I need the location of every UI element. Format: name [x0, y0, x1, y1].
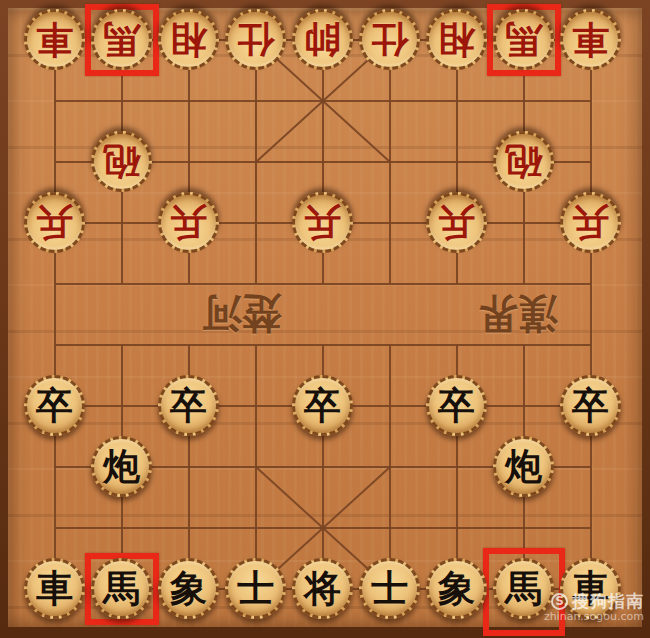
piece-glyph: 炮 — [505, 448, 542, 485]
piece-red-soldier[interactable]: 兵 — [158, 192, 219, 253]
piece-black-elephant[interactable]: 象 — [426, 558, 487, 619]
piece-glyph: 兵 — [572, 204, 609, 241]
piece-red-soldier[interactable]: 兵 — [24, 192, 85, 253]
piece-black-soldier[interactable]: 卒 — [426, 375, 487, 436]
piece-glyph: 卒 — [572, 387, 609, 424]
piece-glyph: 将 — [304, 570, 341, 607]
watermark: S 搜狗指南 zhinan.sogou.com — [544, 592, 644, 624]
piece-glyph: 兵 — [438, 204, 475, 241]
piece-red-chariot[interactable]: 車 — [24, 9, 85, 70]
piece-black-chariot[interactable]: 車 — [24, 558, 85, 619]
piece-black-elephant[interactable]: 象 — [158, 558, 219, 619]
sogou-logo-icon: S — [551, 593, 568, 610]
piece-black-advisor[interactable]: 士 — [225, 558, 286, 619]
piece-red-chariot[interactable]: 車 — [560, 9, 621, 70]
piece-red-soldier[interactable]: 兵 — [426, 192, 487, 253]
piece-glyph: 象 — [438, 570, 475, 607]
piece-glyph: 車 — [572, 21, 609, 58]
piece-red-general[interactable]: 帥 — [292, 9, 353, 70]
piece-red-advisor[interactable]: 仕 — [359, 9, 420, 70]
xiangqi-board-screenshot: 楚河 漢界 車馬相仕帥仕相馬車砲砲兵兵兵兵兵卒卒卒卒卒炮炮車馬象士将士象馬車 S… — [0, 0, 650, 638]
piece-glyph: 卒 — [36, 387, 73, 424]
piece-red-horse[interactable]: 馬 — [91, 9, 152, 70]
piece-glyph: 卒 — [438, 387, 475, 424]
watermark-name: 搜狗指南 — [572, 592, 644, 612]
piece-glyph: 士 — [237, 570, 274, 607]
piece-red-elephant[interactable]: 相 — [426, 9, 487, 70]
piece-black-general[interactable]: 将 — [292, 558, 353, 619]
piece-red-horse[interactable]: 馬 — [493, 9, 554, 70]
piece-red-cannon[interactable]: 砲 — [91, 131, 152, 192]
piece-glyph: 兵 — [304, 204, 341, 241]
piece-glyph: 仕 — [237, 21, 274, 58]
piece-red-cannon[interactable]: 砲 — [493, 131, 554, 192]
piece-black-advisor[interactable]: 士 — [359, 558, 420, 619]
piece-glyph: 象 — [170, 570, 207, 607]
piece-glyph: 馬 — [505, 570, 542, 607]
piece-red-soldier[interactable]: 兵 — [560, 192, 621, 253]
piece-glyph: 車 — [36, 21, 73, 58]
piece-glyph: 馬 — [505, 21, 542, 58]
piece-black-soldier[interactable]: 卒 — [24, 375, 85, 436]
piece-glyph: 兵 — [36, 204, 73, 241]
piece-glyph: 砲 — [505, 143, 542, 180]
piece-black-soldier[interactable]: 卒 — [560, 375, 621, 436]
piece-glyph: 士 — [371, 570, 408, 607]
piece-glyph: 砲 — [103, 143, 140, 180]
piece-glyph: 帥 — [304, 21, 341, 58]
board-grid: 車馬相仕帥仕相馬車砲砲兵兵兵兵兵卒卒卒卒卒炮炮車馬象士将士象馬車 — [21, 9, 624, 619]
piece-glyph: 車 — [36, 570, 73, 607]
piece-red-soldier[interactable]: 兵 — [292, 192, 353, 253]
piece-glyph: 炮 — [103, 448, 140, 485]
piece-black-soldier[interactable]: 卒 — [158, 375, 219, 436]
watermark-url: zhinan.sogou.com — [544, 611, 644, 624]
piece-glyph: 相 — [170, 21, 207, 58]
piece-black-cannon[interactable]: 炮 — [91, 436, 152, 497]
piece-black-soldier[interactable]: 卒 — [292, 375, 353, 436]
piece-black-cannon[interactable]: 炮 — [493, 436, 554, 497]
piece-red-elephant[interactable]: 相 — [158, 9, 219, 70]
piece-black-horse[interactable]: 馬 — [91, 558, 152, 619]
piece-glyph: 馬 — [103, 21, 140, 58]
piece-glyph: 馬 — [103, 570, 140, 607]
piece-glyph: 仕 — [371, 21, 408, 58]
piece-glyph: 兵 — [170, 204, 207, 241]
piece-red-advisor[interactable]: 仕 — [225, 9, 286, 70]
piece-glyph: 卒 — [304, 387, 341, 424]
piece-glyph: 卒 — [170, 387, 207, 424]
piece-glyph: 相 — [438, 21, 475, 58]
